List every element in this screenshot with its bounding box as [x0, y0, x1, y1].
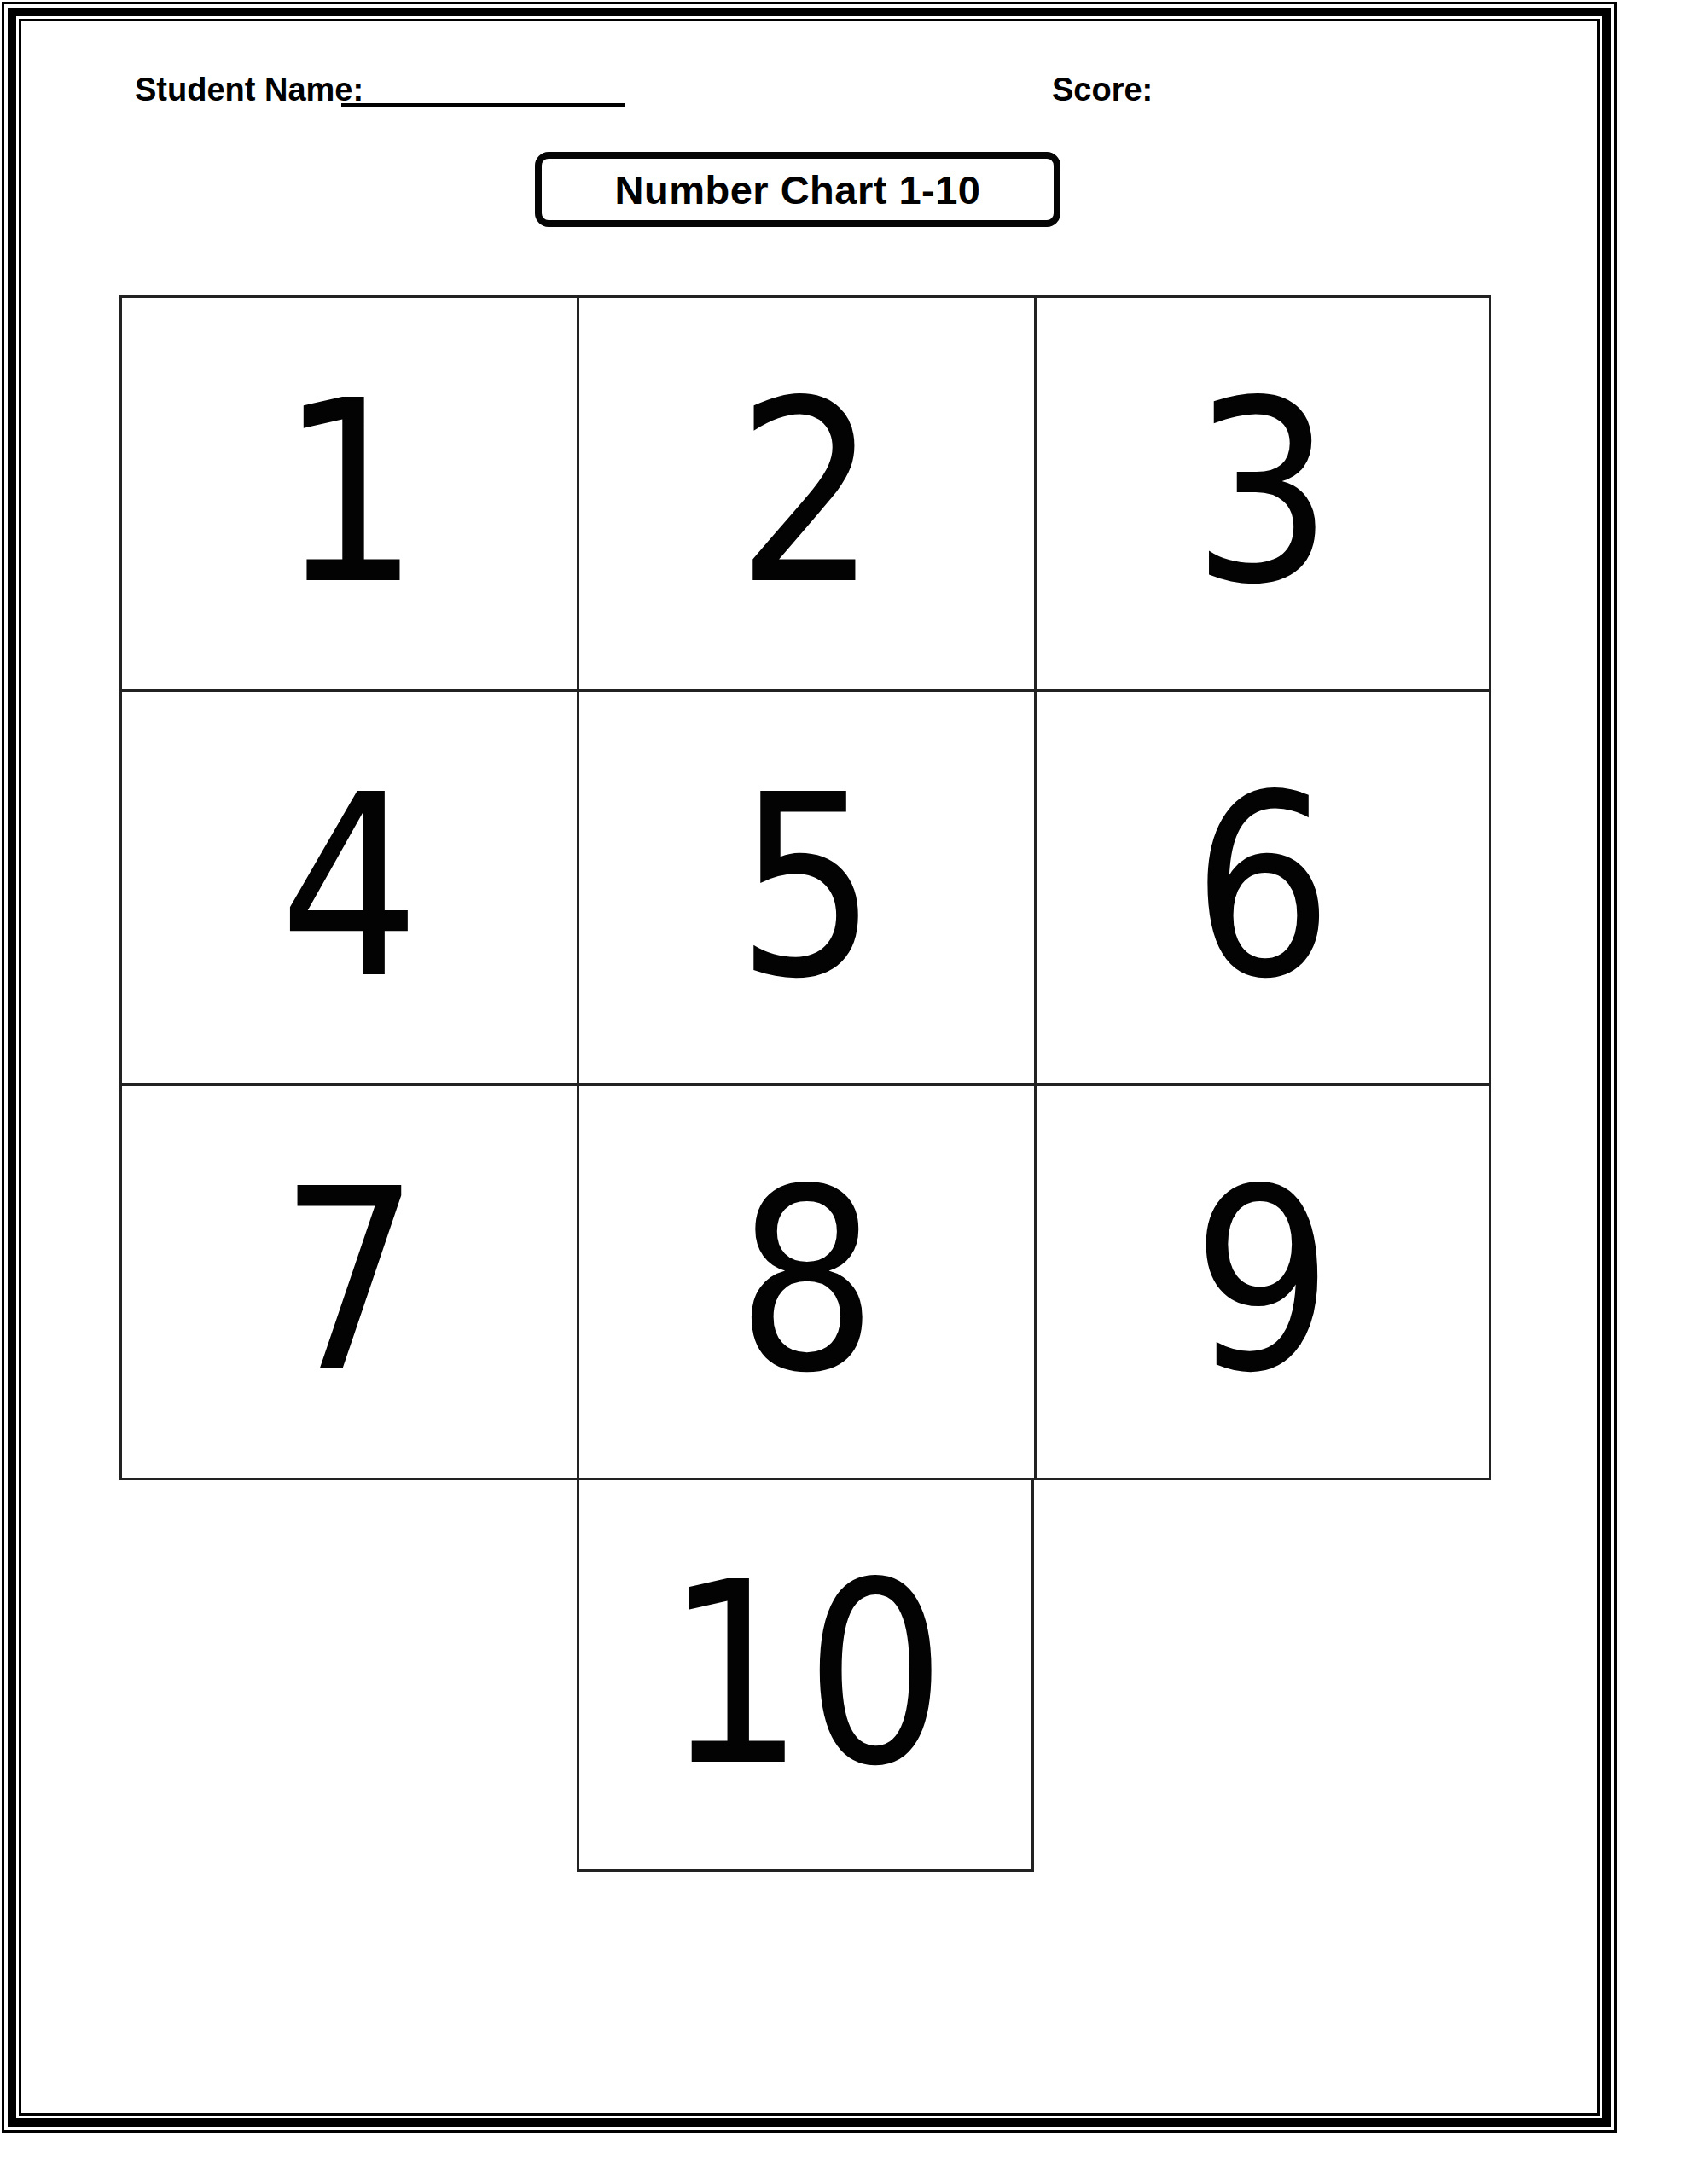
digit-7: 7: [279, 1156, 420, 1408]
number-grid: 1 2 3 4 5 6 7 8 9 10: [119, 295, 1491, 1872]
digit-3: 3: [1192, 368, 1333, 619]
number-cell-4: 4: [119, 689, 577, 1083]
digit-8: 8: [736, 1156, 877, 1408]
student-name-field[interactable]: [341, 74, 625, 107]
number-cell-8: 8: [577, 1083, 1034, 1478]
digit-2: 2: [736, 368, 877, 619]
number-cell-6: 6: [1034, 689, 1491, 1083]
empty-cell-left: [119, 1478, 577, 1872]
number-cell-7: 7: [119, 1083, 577, 1478]
number-cell-1: 1: [119, 295, 577, 689]
digit-9: 9: [1192, 1156, 1333, 1408]
number-cell-3: 3: [1034, 295, 1491, 689]
digit-1: 1: [279, 368, 420, 619]
score-label: Score:: [1052, 72, 1153, 108]
number-cell-2: 2: [577, 295, 1034, 689]
student-name-label: Student Name:: [135, 72, 363, 108]
title-box: Number Chart 1-10: [535, 152, 1060, 227]
digit-10: 10: [665, 1549, 946, 1801]
number-cell-9: 9: [1034, 1083, 1491, 1478]
worksheet-page: Student Name: Score: Number Chart 1-10 1…: [0, 0, 1685, 2184]
digit-5: 5: [736, 762, 877, 1014]
empty-cell-right: [1034, 1478, 1491, 1872]
digit-4: 4: [279, 762, 420, 1014]
page-title: Number Chart 1-10: [615, 166, 981, 213]
number-cell-5: 5: [577, 689, 1034, 1083]
digit-6: 6: [1192, 762, 1333, 1014]
number-cell-10: 10: [577, 1478, 1034, 1872]
